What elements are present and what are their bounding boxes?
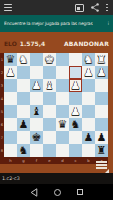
file-label-e: e <box>43 157 56 164</box>
square-a8[interactable]: ♜ <box>95 144 108 157</box>
white-pawn[interactable]: ♟ <box>97 66 107 79</box>
white-pawn[interactable]: ♟ <box>84 66 94 79</box>
black-pawn[interactable]: ♟ <box>84 131 94 144</box>
square-e4[interactable] <box>43 92 56 105</box>
square-d1[interactable] <box>56 53 69 66</box>
black-pawn[interactable]: ♟ <box>97 131 107 144</box>
square-h3[interactable] <box>4 79 17 92</box>
back-icon[interactable] <box>30 188 38 197</box>
move-text: 1.c2-c3 <box>2 176 20 181</box>
square-e1[interactable]: ♚ <box>43 53 56 66</box>
square-h6[interactable] <box>4 118 17 131</box>
file-label-b: b <box>82 157 95 164</box>
black-knight[interactable]: ♞ <box>19 144 29 157</box>
square-g2[interactable] <box>17 66 30 79</box>
square-h7[interactable] <box>4 131 17 144</box>
square-a5[interactable] <box>95 105 108 118</box>
black-bishop[interactable]: ♝ <box>32 105 42 118</box>
square-f6[interactable] <box>30 118 43 131</box>
square-d2[interactable] <box>56 66 69 79</box>
square-b1[interactable]: ♞ <box>82 53 95 66</box>
square-b2[interactable]: ♟ <box>82 66 95 79</box>
black-knight[interactable]: ♞ <box>71 118 81 131</box>
square-g5[interactable] <box>17 105 30 118</box>
action-bar-icons <box>75 3 108 12</box>
square-g4[interactable] <box>17 92 30 105</box>
square-f8[interactable] <box>30 144 43 157</box>
square-d8[interactable] <box>56 144 69 157</box>
square-h1[interactable]: ♛ <box>4 53 17 66</box>
black-queen[interactable]: ♛ <box>58 118 68 131</box>
square-g6[interactable]: ♟ <box>17 118 30 131</box>
black-pawn[interactable]: ♟ <box>19 118 29 131</box>
square-e3[interactable]: ♝ <box>43 79 56 92</box>
overflow-menu-icon[interactable] <box>106 4 108 11</box>
square-a1[interactable]: ♜ <box>95 53 108 66</box>
square-c1[interactable] <box>69 53 82 66</box>
app-screen: Encuentre la mejor jugada para las negra… <box>0 0 113 200</box>
square-f3[interactable]: ♟ <box>30 79 43 92</box>
square-a4[interactable] <box>95 92 108 105</box>
square-g3[interactable] <box>17 79 30 92</box>
action-bar <box>0 0 113 15</box>
white-rook[interactable]: ♜ <box>97 53 107 66</box>
white-knight[interactable]: ♞ <box>19 53 29 66</box>
square-c3[interactable]: ♟ <box>69 79 82 92</box>
square-h8[interactable] <box>4 144 17 157</box>
square-b6[interactable] <box>82 118 95 131</box>
square-e8[interactable] <box>43 144 56 157</box>
square-c7[interactable] <box>69 131 82 144</box>
board-icon-dot <box>77 7 79 9</box>
square-d4[interactable] <box>56 92 69 105</box>
instruction-banner: Encuentre la mejor jugada para las negra… <box>0 15 113 32</box>
home-icon[interactable] <box>54 189 61 196</box>
banner-indicator: i <box>108 21 109 26</box>
file-label-f: f <box>30 157 43 164</box>
white-bishop[interactable]: ♝ <box>45 79 55 92</box>
square-a3[interactable] <box>95 79 108 92</box>
square-b8[interactable] <box>82 144 95 157</box>
square-g7[interactable] <box>17 131 30 144</box>
square-a6[interactable] <box>95 118 108 131</box>
file-label-d: d <box>56 157 69 164</box>
square-g8[interactable]: ♞ <box>17 144 30 157</box>
white-king[interactable]: ♚ <box>45 53 55 66</box>
square-d6[interactable]: ♛ <box>56 118 69 131</box>
instruction-text: Encuentre la mejor jugada para las negra… <box>4 21 93 26</box>
elo-value: 1.575,4 <box>20 40 45 47</box>
elo-label: ELO <box>4 40 17 47</box>
square-b5[interactable] <box>82 105 95 118</box>
abandon-button[interactable]: ABANDONAR <box>64 40 109 47</box>
recents-icon[interactable] <box>77 189 83 195</box>
square-b4[interactable] <box>82 92 95 105</box>
android-nav-bar <box>0 184 113 200</box>
square-d5[interactable] <box>56 105 69 118</box>
share-icon[interactable] <box>91 3 99 12</box>
board-squares: ♛♞♚♞♜♟♟♟♟♝♟♝♟♟♛♞♚♟♟♞♜ <box>4 53 108 157</box>
white-pawn[interactable]: ♟ <box>6 66 16 79</box>
square-h2[interactable]: ♟ <box>4 66 17 79</box>
file-label-g: g <box>17 157 30 164</box>
square-a7[interactable]: ♟ <box>95 131 108 144</box>
square-e6[interactable] <box>43 118 56 131</box>
square-h5[interactable] <box>4 105 17 118</box>
chess-board: 12345678 ♛♞♚♞♜♟♟♟♟♝♟♝♟♟♛♞♚♟♟♞♜ hgfedcba <box>0 53 108 164</box>
square-f5[interactable]: ♝ <box>30 105 43 118</box>
square-c8[interactable] <box>69 144 82 157</box>
square-f1[interactable] <box>30 53 43 66</box>
square-f2[interactable] <box>30 66 43 79</box>
square-c4[interactable] <box>69 92 82 105</box>
square-b3[interactable] <box>82 79 95 92</box>
square-d3[interactable] <box>56 79 69 92</box>
status-row: ELO 1.575,4 ABANDONAR <box>0 34 113 52</box>
square-e2[interactable] <box>43 66 56 79</box>
move-bar: 1.c2-c3 <box>0 173 113 184</box>
move-list-icon[interactable] <box>96 161 108 172</box>
white-knight[interactable]: ♞ <box>84 53 94 66</box>
square-a2[interactable]: ♟ <box>95 66 108 79</box>
file-label-c: c <box>69 157 82 164</box>
white-pawn[interactable]: ♟ <box>71 79 81 92</box>
board-icon[interactable] <box>75 4 84 12</box>
square-c2[interactable] <box>69 66 82 79</box>
black-king[interactable]: ♚ <box>32 131 42 144</box>
square-c6[interactable]: ♞ <box>69 118 82 131</box>
white-pawn[interactable]: ♟ <box>32 79 42 92</box>
square-g1[interactable]: ♞ <box>17 53 30 66</box>
square-f7[interactable]: ♚ <box>30 131 43 144</box>
square-b7[interactable]: ♟ <box>82 131 95 144</box>
square-d7[interactable] <box>56 131 69 144</box>
square-h4[interactable] <box>4 92 17 105</box>
black-queen[interactable]: ♛ <box>6 53 16 66</box>
square-f4[interactable] <box>30 92 43 105</box>
square-c5[interactable]: ♟ <box>69 105 82 118</box>
file-label-h: h <box>4 157 17 164</box>
file-labels: hgfedcba <box>4 157 108 164</box>
black-rook[interactable]: ♜ <box>97 144 107 157</box>
hamburger-icon[interactable] <box>4 4 12 11</box>
white-pawn[interactable]: ♟ <box>71 105 81 118</box>
square-e7[interactable] <box>43 131 56 144</box>
square-e5[interactable] <box>43 105 56 118</box>
